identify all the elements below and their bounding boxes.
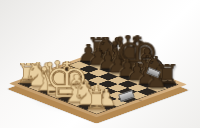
square-h1: ♜ [87, 106, 107, 113]
product-photo-stage: ♜♞♝♛♚♝♞♜♟♟♟♟♟♟♟♟♟♟♟♟♟♟♟♟♜♞♝♛♚♝♞♜ [0, 0, 200, 128]
square-h6 [137, 88, 157, 95]
piece-black-rook: ♜ [78, 37, 118, 58]
